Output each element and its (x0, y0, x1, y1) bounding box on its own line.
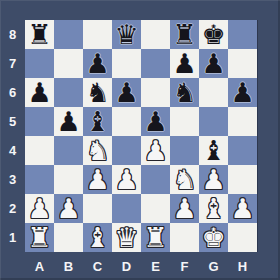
square-f3[interactable]: ♞ (170, 165, 199, 194)
square-h1[interactable] (228, 223, 257, 252)
square-c7[interactable]: ♟ (83, 49, 112, 78)
square-a4[interactable] (25, 136, 54, 165)
square-b6[interactable] (54, 78, 83, 107)
black-pawn[interactable]: ♟ (85, 49, 109, 78)
rank-labels: 87654321 (0, 20, 25, 252)
black-rook[interactable]: ♜ (27, 20, 51, 49)
white-pawn[interactable]: ♟ (201, 165, 225, 194)
square-e2[interactable] (141, 194, 170, 223)
square-c6[interactable]: ♞ (83, 78, 112, 107)
square-f4[interactable] (170, 136, 199, 165)
file-label-d: D (112, 252, 141, 280)
square-f1[interactable] (170, 223, 199, 252)
square-a1[interactable]: ♜ (25, 223, 54, 252)
rank-label-3: 3 (0, 165, 25, 194)
file-label-e: E (141, 252, 170, 280)
file-label-g: G (199, 252, 228, 280)
rank-label-1: 1 (0, 223, 25, 252)
square-a2[interactable]: ♟ (25, 194, 54, 223)
square-b1[interactable] (54, 223, 83, 252)
white-knight[interactable]: ♞ (85, 136, 109, 165)
square-g2[interactable]: ♝ (199, 194, 228, 223)
square-d1[interactable]: ♛ (112, 223, 141, 252)
square-b3[interactable] (54, 165, 83, 194)
square-h7[interactable] (228, 49, 257, 78)
square-d6[interactable]: ♟ (112, 78, 141, 107)
file-label-c: C (83, 252, 112, 280)
square-c8[interactable] (83, 20, 112, 49)
square-g8[interactable]: ♚ (199, 20, 228, 49)
white-rook[interactable]: ♜ (27, 223, 51, 252)
black-pawn[interactable]: ♟ (143, 107, 167, 136)
square-a5[interactable] (25, 107, 54, 136)
square-e4[interactable]: ♟ (141, 136, 170, 165)
square-g3[interactable]: ♟ (199, 165, 228, 194)
white-knight[interactable]: ♞ (172, 165, 196, 194)
black-knight[interactable]: ♞ (85, 78, 109, 107)
square-b2[interactable]: ♟ (54, 194, 83, 223)
black-pawn[interactable]: ♟ (230, 78, 254, 107)
black-pawn[interactable]: ♟ (56, 107, 80, 136)
square-a6[interactable]: ♟ (25, 78, 54, 107)
black-pawn[interactable]: ♟ (27, 78, 51, 107)
file-label-h: H (228, 252, 257, 280)
white-pawn[interactable]: ♟ (27, 194, 51, 223)
file-label-b: B (54, 252, 83, 280)
square-c5[interactable]: ♝ (83, 107, 112, 136)
rank-label-6: 6 (0, 78, 25, 107)
square-e3[interactable] (141, 165, 170, 194)
rank-label-4: 4 (0, 136, 25, 165)
white-pawn[interactable]: ♟ (56, 194, 80, 223)
square-e8[interactable] (141, 20, 170, 49)
black-rook[interactable]: ♜ (172, 20, 196, 49)
square-g5[interactable] (199, 107, 228, 136)
white-pawn[interactable]: ♟ (143, 136, 167, 165)
square-g4[interactable]: ♝ (199, 136, 228, 165)
square-h5[interactable] (228, 107, 257, 136)
chess-board[interactable]: ♜♛♜♚♟♟♟♟♞♟♞♟♟♝♟♞♟♝♟♟♞♟♟♟♟♝♟♜♝♛♜♚ (25, 20, 257, 252)
square-b7[interactable] (54, 49, 83, 78)
square-c4[interactable]: ♞ (83, 136, 112, 165)
square-d5[interactable] (112, 107, 141, 136)
square-d7[interactable] (112, 49, 141, 78)
rank-label-2: 2 (0, 194, 25, 223)
rank-label-7: 7 (0, 49, 25, 78)
rank-label-5: 5 (0, 107, 25, 136)
square-f7[interactable]: ♟ (170, 49, 199, 78)
file-label-f: F (170, 252, 199, 280)
black-pawn[interactable]: ♟ (172, 49, 196, 78)
black-queen[interactable]: ♛ (114, 20, 138, 49)
black-bishop[interactable]: ♝ (201, 136, 225, 165)
square-d2[interactable] (112, 194, 141, 223)
rank-label-8: 8 (0, 20, 25, 49)
square-e6[interactable] (141, 78, 170, 107)
square-a7[interactable] (25, 49, 54, 78)
white-pawn[interactable]: ♟ (85, 165, 109, 194)
square-f8[interactable]: ♜ (170, 20, 199, 49)
square-h8[interactable] (228, 20, 257, 49)
white-rook[interactable]: ♜ (143, 223, 167, 252)
square-g6[interactable] (199, 78, 228, 107)
square-f2[interactable]: ♟ (170, 194, 199, 223)
square-e7[interactable] (141, 49, 170, 78)
square-e1[interactable]: ♜ (141, 223, 170, 252)
square-h6[interactable]: ♟ (228, 78, 257, 107)
square-a8[interactable]: ♜ (25, 20, 54, 49)
square-c2[interactable] (83, 194, 112, 223)
white-pawn[interactable]: ♟ (172, 194, 196, 223)
black-pawn[interactable]: ♟ (114, 78, 138, 107)
square-a3[interactable] (25, 165, 54, 194)
board-frame: 87654321 ♜♛♜♚♟♟♟♟♞♟♞♟♟♝♟♞♟♝♟♟♞♟♟♟♟♝♟♜♝♛♜… (0, 0, 280, 280)
square-h3[interactable] (228, 165, 257, 194)
white-queen[interactable]: ♛ (114, 223, 138, 252)
square-g1[interactable]: ♚ (199, 223, 228, 252)
white-pawn[interactable]: ♟ (114, 165, 138, 194)
square-b8[interactable] (54, 20, 83, 49)
square-f5[interactable] (170, 107, 199, 136)
square-d8[interactable]: ♛ (112, 20, 141, 49)
square-c3[interactable]: ♟ (83, 165, 112, 194)
white-bishop[interactable]: ♝ (201, 194, 225, 223)
square-h4[interactable] (228, 136, 257, 165)
square-d4[interactable] (112, 136, 141, 165)
square-b4[interactable] (54, 136, 83, 165)
white-bishop[interactable]: ♝ (85, 223, 109, 252)
black-king[interactable]: ♚ (201, 20, 225, 49)
square-e5[interactable]: ♟ (141, 107, 170, 136)
square-h2[interactable]: ♟ (228, 194, 257, 223)
file-labels: ABCDEFGH (25, 252, 257, 280)
square-b5[interactable]: ♟ (54, 107, 83, 136)
square-g7[interactable]: ♟ (199, 49, 228, 78)
black-knight[interactable]: ♞ (172, 78, 196, 107)
file-label-a: A (25, 252, 54, 280)
square-d3[interactable]: ♟ (112, 165, 141, 194)
square-f6[interactable]: ♞ (170, 78, 199, 107)
white-pawn[interactable]: ♟ (230, 194, 254, 223)
black-pawn[interactable]: ♟ (201, 49, 225, 78)
black-bishop[interactable]: ♝ (85, 107, 109, 136)
square-c1[interactable]: ♝ (83, 223, 112, 252)
white-king[interactable]: ♚ (201, 223, 225, 252)
